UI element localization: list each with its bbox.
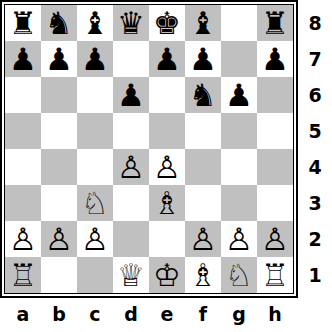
piece-black-pawn[interactable]: ♟ (45, 41, 73, 77)
piece-white-knight[interactable]: ♘ (81, 185, 109, 221)
piece-white-knight[interactable]: ♘ (225, 257, 253, 293)
square-b4[interactable] (41, 149, 77, 185)
square-c4[interactable] (77, 149, 113, 185)
rank-label-1: 1 (298, 257, 332, 293)
square-e7[interactable]: ♟ (149, 41, 185, 77)
piece-black-queen[interactable]: ♛ (117, 5, 145, 41)
piece-black-king[interactable]: ♚ (153, 5, 181, 41)
piece-black-pawn[interactable]: ♟ (189, 41, 217, 77)
square-g1[interactable]: ♘ (221, 257, 257, 293)
square-e5[interactable] (149, 113, 185, 149)
piece-black-pawn[interactable]: ♟ (225, 77, 253, 113)
square-f7[interactable]: ♟ (185, 41, 221, 77)
file-label-g: g (221, 298, 257, 332)
square-h6[interactable] (257, 77, 293, 113)
square-f6[interactable]: ♞ (185, 77, 221, 113)
piece-black-rook[interactable]: ♜ (261, 5, 289, 41)
square-g2[interactable]: ♙ (221, 221, 257, 257)
square-f5[interactable] (185, 113, 221, 149)
square-d8[interactable]: ♛ (113, 5, 149, 41)
square-h8[interactable]: ♜ (257, 5, 293, 41)
square-g6[interactable]: ♟ (221, 77, 257, 113)
chess-board-frame: ♜♞♝♛♚♝♜♟♟♟♟♟♟♟♞♟♙♙♘♗♙♙♙♙♙♙♖♕♔♗♘♖ (0, 0, 298, 298)
rank-labels: 87654321 (298, 5, 332, 293)
square-f8[interactable]: ♝ (185, 5, 221, 41)
piece-black-rook[interactable]: ♜ (9, 5, 37, 41)
piece-white-rook[interactable]: ♖ (9, 257, 37, 293)
square-h4[interactable] (257, 149, 293, 185)
square-c8[interactable]: ♝ (77, 5, 113, 41)
piece-black-knight[interactable]: ♞ (45, 5, 73, 41)
square-e4[interactable]: ♙ (149, 149, 185, 185)
piece-white-pawn[interactable]: ♙ (45, 221, 73, 257)
piece-black-pawn[interactable]: ♟ (81, 41, 109, 77)
piece-white-king[interactable]: ♔ (153, 257, 181, 293)
file-label-h: h (257, 298, 293, 332)
square-d2[interactable] (113, 221, 149, 257)
square-a1[interactable]: ♖ (5, 257, 41, 293)
rank-label-5: 5 (298, 113, 332, 149)
square-b6[interactable] (41, 77, 77, 113)
square-e2[interactable] (149, 221, 185, 257)
square-g5[interactable] (221, 113, 257, 149)
square-a6[interactable] (5, 77, 41, 113)
square-g3[interactable] (221, 185, 257, 221)
square-c6[interactable] (77, 77, 113, 113)
piece-white-pawn[interactable]: ♙ (153, 149, 181, 185)
square-d5[interactable] (113, 113, 149, 149)
rank-label-6: 6 (298, 77, 332, 113)
rank-label-2: 2 (298, 221, 332, 257)
square-c1[interactable] (77, 257, 113, 293)
piece-white-rook[interactable]: ♖ (261, 257, 289, 293)
square-b7[interactable]: ♟ (41, 41, 77, 77)
chess-board: ♜♞♝♛♚♝♜♟♟♟♟♟♟♟♞♟♙♙♘♗♙♙♙♙♙♙♖♕♔♗♘♖ (5, 5, 293, 293)
piece-white-pawn[interactable]: ♙ (189, 221, 217, 257)
file-label-e: e (149, 298, 185, 332)
square-d4[interactable]: ♙ (113, 149, 149, 185)
chess-board-inner-border: ♜♞♝♛♚♝♜♟♟♟♟♟♟♟♞♟♙♙♘♗♙♙♙♙♙♙♖♕♔♗♘♖ (4, 4, 294, 294)
square-e1[interactable]: ♔ (149, 257, 185, 293)
square-a2[interactable]: ♙ (5, 221, 41, 257)
square-a5[interactable] (5, 113, 41, 149)
square-b8[interactable]: ♞ (41, 5, 77, 41)
piece-black-pawn[interactable]: ♟ (261, 41, 289, 77)
piece-white-bishop[interactable]: ♗ (153, 185, 181, 221)
piece-white-queen[interactable]: ♕ (117, 257, 145, 293)
piece-black-bishop[interactable]: ♝ (189, 5, 217, 41)
piece-black-pawn[interactable]: ♟ (153, 41, 181, 77)
square-h3[interactable] (257, 185, 293, 221)
square-b2[interactable]: ♙ (41, 221, 77, 257)
square-d6[interactable]: ♟ (113, 77, 149, 113)
square-g7[interactable] (221, 41, 257, 77)
square-f4[interactable] (185, 149, 221, 185)
square-a3[interactable] (5, 185, 41, 221)
file-label-f: f (185, 298, 221, 332)
piece-white-pawn[interactable]: ♙ (117, 149, 145, 185)
piece-white-pawn[interactable]: ♙ (9, 221, 37, 257)
square-f2[interactable]: ♙ (185, 221, 221, 257)
piece-white-pawn[interactable]: ♙ (81, 221, 109, 257)
piece-black-pawn[interactable]: ♟ (9, 41, 37, 77)
square-f3[interactable] (185, 185, 221, 221)
rank-label-3: 3 (298, 185, 332, 221)
square-h7[interactable]: ♟ (257, 41, 293, 77)
rank-label-4: 4 (298, 149, 332, 185)
square-h2[interactable]: ♙ (257, 221, 293, 257)
file-label-d: d (113, 298, 149, 332)
square-f1[interactable]: ♗ (185, 257, 221, 293)
square-e8[interactable]: ♚ (149, 5, 185, 41)
piece-black-knight[interactable]: ♞ (189, 77, 217, 113)
square-c7[interactable]: ♟ (77, 41, 113, 77)
file-label-b: b (41, 298, 77, 332)
rank-label-8: 8 (298, 5, 332, 41)
square-g8[interactable] (221, 5, 257, 41)
square-a7[interactable]: ♟ (5, 41, 41, 77)
square-d1[interactable]: ♕ (113, 257, 149, 293)
square-g4[interactable] (221, 149, 257, 185)
square-h1[interactable]: ♖ (257, 257, 293, 293)
square-a4[interactable] (5, 149, 41, 185)
square-b1[interactable] (41, 257, 77, 293)
piece-white-pawn[interactable]: ♙ (261, 221, 289, 257)
file-label-c: c (77, 298, 113, 332)
piece-white-bishop[interactable]: ♗ (189, 257, 217, 293)
square-c2[interactable]: ♙ (77, 221, 113, 257)
piece-white-pawn[interactable]: ♙ (225, 221, 253, 257)
square-c5[interactable] (77, 113, 113, 149)
square-b5[interactable] (41, 113, 77, 149)
rank-label-7: 7 (298, 41, 332, 77)
file-label-a: a (5, 298, 41, 332)
square-e6[interactable] (149, 77, 185, 113)
square-e3[interactable]: ♗ (149, 185, 185, 221)
square-h5[interactable] (257, 113, 293, 149)
file-labels: abcdefgh (5, 298, 293, 332)
square-c3[interactable]: ♘ (77, 185, 113, 221)
square-a8[interactable]: ♜ (5, 5, 41, 41)
square-d7[interactable] (113, 41, 149, 77)
piece-black-pawn[interactable]: ♟ (117, 77, 145, 113)
square-d3[interactable] (113, 185, 149, 221)
square-b3[interactable] (41, 185, 77, 221)
piece-black-bishop[interactable]: ♝ (81, 5, 109, 41)
